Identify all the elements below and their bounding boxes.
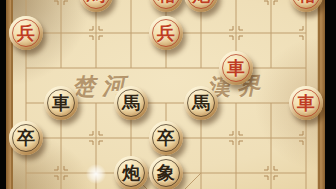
piece-glyph: 卒 <box>149 121 183 155</box>
piece-glyph: 兵 <box>9 16 43 50</box>
piece-red-chariot[interactable]: 車 <box>219 51 253 85</box>
piece-red-elephant-cutoff[interactable]: 相 <box>149 0 183 12</box>
letterbox-right <box>325 0 336 189</box>
piece-glyph: 馬 <box>184 86 218 120</box>
piece-black-horse[interactable]: 馬 <box>184 86 218 120</box>
piece-glyph: 車 <box>219 51 253 85</box>
piece-black-elephant[interactable]: 象 <box>149 156 183 189</box>
piece-black-chariot[interactable]: 車 <box>44 86 78 120</box>
piece-glyph: 相 <box>289 0 323 12</box>
piece-black-soldier[interactable]: 卒 <box>9 121 43 155</box>
piece-glyph: 馬 <box>79 0 113 12</box>
piece-glyph: 車 <box>44 86 78 120</box>
piece-glyph: 馬 <box>114 86 148 120</box>
pieces-layer: 馬相炮相兵兵車車車馬馬卒卒炮象 <box>0 0 336 189</box>
xiangqi-board[interactable]: 楚河 漢界 馬相炮相兵兵車車車馬馬卒卒炮象 <box>6 0 325 189</box>
piece-red-cannon-cutoff[interactable]: 炮 <box>184 0 218 12</box>
piece-black-horse[interactable]: 馬 <box>114 86 148 120</box>
piece-red-elephant-cutoff[interactable]: 相 <box>289 0 323 12</box>
piece-black-soldier[interactable]: 卒 <box>149 121 183 155</box>
piece-glyph: 車 <box>289 86 323 120</box>
piece-glyph: 兵 <box>149 16 183 50</box>
piece-red-soldier[interactable]: 兵 <box>149 16 183 50</box>
piece-glyph: 象 <box>149 156 183 189</box>
move-indicator-dot <box>86 164 106 184</box>
piece-glyph: 炮 <box>184 0 218 12</box>
piece-red-chariot[interactable]: 車 <box>289 86 323 120</box>
piece-glyph: 卒 <box>9 121 43 155</box>
letterbox-left <box>0 0 6 189</box>
piece-glyph: 相 <box>149 0 183 12</box>
piece-glyph: 炮 <box>114 156 148 189</box>
piece-black-cannon[interactable]: 炮 <box>114 156 148 189</box>
piece-red-horse-cutoff[interactable]: 馬 <box>79 0 113 12</box>
piece-red-soldier[interactable]: 兵 <box>9 16 43 50</box>
game-screen: 楚河 漢界 馬相炮相兵兵車車車馬馬卒卒炮象 <box>0 0 336 189</box>
